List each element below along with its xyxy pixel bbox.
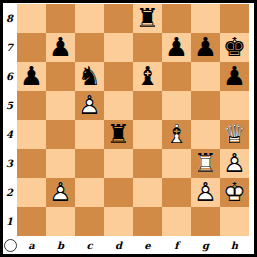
square-d8[interactable] bbox=[104, 4, 133, 33]
square-f7[interactable]: ♟ bbox=[162, 33, 191, 62]
black-pawn[interactable]: ♟ bbox=[17, 62, 46, 91]
black-pawn[interactable]: ♟ bbox=[162, 33, 191, 62]
square-a4[interactable] bbox=[17, 120, 46, 149]
square-h2[interactable]: ♚♔ bbox=[220, 178, 249, 207]
black-king-glyph: ♚ bbox=[220, 33, 249, 62]
rank-label-2: 2 bbox=[3, 178, 16, 207]
square-h3[interactable]: ♟♙ bbox=[220, 149, 249, 178]
square-h6[interactable]: ♟ bbox=[220, 62, 249, 91]
square-g4[interactable] bbox=[191, 120, 220, 149]
square-a5[interactable] bbox=[17, 91, 46, 120]
square-f8[interactable] bbox=[162, 4, 191, 33]
file-label-b: b bbox=[46, 238, 75, 253]
black-pawn[interactable]: ♟ bbox=[191, 33, 220, 62]
rank-label-1: 1 bbox=[3, 207, 16, 236]
white-pawn-glyph: ♙ bbox=[75, 91, 104, 120]
square-f6[interactable] bbox=[162, 62, 191, 91]
square-e4[interactable] bbox=[133, 120, 162, 149]
square-g8[interactable] bbox=[191, 4, 220, 33]
rank-label-3: 3 bbox=[3, 149, 16, 178]
black-pawn-glyph: ♟ bbox=[46, 33, 75, 62]
black-pawn[interactable]: ♟ bbox=[46, 33, 75, 62]
square-h4[interactable]: ♛♕ bbox=[220, 120, 249, 149]
black-king[interactable]: ♚ bbox=[220, 33, 249, 62]
square-g2[interactable]: ♟♙ bbox=[191, 178, 220, 207]
rank-label-7: 7 bbox=[3, 33, 16, 62]
square-a7[interactable] bbox=[17, 33, 46, 62]
file-label-g: g bbox=[191, 238, 220, 253]
white-queen-glyph: ♕ bbox=[220, 120, 249, 149]
square-h1[interactable] bbox=[220, 207, 249, 236]
square-f2[interactable] bbox=[162, 178, 191, 207]
black-pawn-glyph: ♟ bbox=[220, 62, 249, 91]
file-label-c: c bbox=[75, 238, 104, 253]
square-f1[interactable] bbox=[162, 207, 191, 236]
square-d2[interactable] bbox=[104, 178, 133, 207]
black-bishop[interactable]: ♝ bbox=[133, 62, 162, 91]
white-to-move-indicator bbox=[4, 239, 17, 252]
square-h5[interactable] bbox=[220, 91, 249, 120]
square-a8[interactable] bbox=[17, 4, 46, 33]
chess-diagram-frame: ♜♟♟♟♚♟♞♝♟♟♙♜♝♗♛♕♜♖♟♙♟♙♟♙♚♔ 87654321 abcd… bbox=[0, 0, 257, 257]
square-b3[interactable] bbox=[46, 149, 75, 178]
square-e6[interactable]: ♝ bbox=[133, 62, 162, 91]
square-f5[interactable] bbox=[162, 91, 191, 120]
rank-label-5: 5 bbox=[3, 91, 16, 120]
black-knight[interactable]: ♞ bbox=[75, 62, 104, 91]
square-e2[interactable] bbox=[133, 178, 162, 207]
white-queen[interactable]: ♛♕ bbox=[220, 120, 249, 149]
white-pawn-glyph: ♙ bbox=[220, 149, 249, 178]
square-g5[interactable] bbox=[191, 91, 220, 120]
square-a3[interactable] bbox=[17, 149, 46, 178]
file-label-f: f bbox=[162, 238, 191, 253]
file-label-h: h bbox=[220, 238, 249, 253]
square-b1[interactable] bbox=[46, 207, 75, 236]
square-e8[interactable]: ♜ bbox=[133, 4, 162, 33]
white-king[interactable]: ♚♔ bbox=[220, 178, 249, 207]
black-rook[interactable]: ♜ bbox=[133, 4, 162, 33]
square-g3[interactable]: ♜♖ bbox=[191, 149, 220, 178]
square-g7[interactable]: ♟ bbox=[191, 33, 220, 62]
white-rook-glyph: ♖ bbox=[191, 149, 220, 178]
white-pawn[interactable]: ♟♙ bbox=[191, 178, 220, 207]
file-label-a: a bbox=[17, 238, 46, 253]
file-label-e: e bbox=[133, 238, 162, 253]
square-d7[interactable] bbox=[104, 33, 133, 62]
file-label-d: d bbox=[104, 238, 133, 253]
square-c3[interactable] bbox=[75, 149, 104, 178]
square-a2[interactable] bbox=[17, 178, 46, 207]
square-h8[interactable] bbox=[220, 4, 249, 33]
white-king-glyph: ♔ bbox=[220, 178, 249, 207]
square-c6[interactable]: ♞ bbox=[75, 62, 104, 91]
black-rook-glyph: ♜ bbox=[104, 120, 133, 149]
square-g1[interactable] bbox=[191, 207, 220, 236]
white-pawn[interactable]: ♟♙ bbox=[220, 149, 249, 178]
rank-label-4: 4 bbox=[3, 120, 16, 149]
black-pawn-glyph: ♟ bbox=[162, 33, 191, 62]
square-b8[interactable] bbox=[46, 4, 75, 33]
black-knight-glyph: ♞ bbox=[75, 62, 104, 91]
square-e5[interactable] bbox=[133, 91, 162, 120]
white-pawn[interactable]: ♟♙ bbox=[75, 91, 104, 120]
white-bishop-glyph: ♗ bbox=[162, 120, 191, 149]
square-c5[interactable]: ♟♙ bbox=[75, 91, 104, 120]
square-b4[interactable] bbox=[46, 120, 75, 149]
square-c4[interactable] bbox=[75, 120, 104, 149]
square-c8[interactable] bbox=[75, 4, 104, 33]
square-b2[interactable]: ♟♙ bbox=[46, 178, 75, 207]
square-c2[interactable] bbox=[75, 178, 104, 207]
chess-board: ♜♟♟♟♚♟♞♝♟♟♙♜♝♗♛♕♜♖♟♙♟♙♟♙♚♔ bbox=[17, 4, 249, 236]
square-f3[interactable] bbox=[162, 149, 191, 178]
white-pawn-glyph: ♙ bbox=[46, 178, 75, 207]
square-d5[interactable] bbox=[104, 91, 133, 120]
square-d3[interactable] bbox=[104, 149, 133, 178]
rank-label-6: 6 bbox=[3, 62, 16, 91]
square-g6[interactable] bbox=[191, 62, 220, 91]
black-pawn[interactable]: ♟ bbox=[220, 62, 249, 91]
square-h7[interactable]: ♚ bbox=[220, 33, 249, 62]
black-rook-glyph: ♜ bbox=[133, 4, 162, 33]
square-f4[interactable]: ♝♗ bbox=[162, 120, 191, 149]
black-pawn-glyph: ♟ bbox=[191, 33, 220, 62]
black-pawn-glyph: ♟ bbox=[17, 62, 46, 91]
square-d1[interactable] bbox=[104, 207, 133, 236]
square-c1[interactable] bbox=[75, 207, 104, 236]
white-pawn[interactable]: ♟♙ bbox=[46, 178, 75, 207]
square-b7[interactable]: ♟ bbox=[46, 33, 75, 62]
square-e7[interactable] bbox=[133, 33, 162, 62]
square-d6[interactable] bbox=[104, 62, 133, 91]
black-bishop-glyph: ♝ bbox=[133, 62, 162, 91]
rank-label-8: 8 bbox=[3, 4, 16, 33]
square-d4[interactable]: ♜ bbox=[104, 120, 133, 149]
square-e3[interactable] bbox=[133, 149, 162, 178]
square-e1[interactable] bbox=[133, 207, 162, 236]
square-a1[interactable] bbox=[17, 207, 46, 236]
square-c7[interactable] bbox=[75, 33, 104, 62]
square-b6[interactable] bbox=[46, 62, 75, 91]
white-pawn-glyph: ♙ bbox=[191, 178, 220, 207]
square-a6[interactable]: ♟ bbox=[17, 62, 46, 91]
white-rook[interactable]: ♜♖ bbox=[191, 149, 220, 178]
square-b5[interactable] bbox=[46, 91, 75, 120]
white-bishop[interactable]: ♝♗ bbox=[162, 120, 191, 149]
black-rook[interactable]: ♜ bbox=[104, 120, 133, 149]
